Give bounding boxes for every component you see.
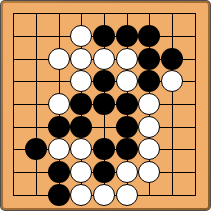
white-stone [116, 184, 138, 206]
black-stone [138, 48, 160, 70]
black-stone [48, 116, 70, 138]
board-outer-edge [0, 0, 211, 211]
white-stone [138, 161, 160, 183]
black-stone [25, 138, 47, 160]
black-stone [48, 184, 70, 206]
white-stone [70, 70, 92, 92]
black-stone [116, 25, 138, 47]
white-stone [138, 116, 160, 138]
grid-line-horizontal [13, 127, 195, 128]
black-stone [161, 48, 183, 70]
white-stone [116, 48, 138, 70]
black-stone [116, 116, 138, 138]
go-board [3, 3, 208, 208]
black-stone [93, 138, 115, 160]
black-stone [93, 161, 115, 183]
grid-line-vertical [195, 13, 196, 195]
white-stone [48, 48, 70, 70]
white-stone [138, 93, 160, 115]
white-stone [116, 161, 138, 183]
white-stone [70, 138, 92, 160]
white-stone [70, 25, 92, 47]
white-stone [70, 48, 92, 70]
black-stone [138, 70, 160, 92]
black-stone [70, 116, 92, 138]
black-stone [93, 70, 115, 92]
white-stone [70, 161, 92, 183]
white-stone [161, 70, 183, 92]
board-wood-frame [1, 1, 210, 210]
white-stone [116, 70, 138, 92]
black-stone [93, 93, 115, 115]
white-stone [70, 184, 92, 206]
black-stone [93, 25, 115, 47]
grid-line-vertical [172, 13, 173, 195]
black-stone [116, 138, 138, 160]
white-stone [93, 184, 115, 206]
black-stone [48, 161, 70, 183]
black-stone [70, 93, 92, 115]
white-stone [48, 93, 70, 115]
white-stone [48, 138, 70, 160]
black-stone [116, 93, 138, 115]
black-stone [138, 25, 160, 47]
white-stone [138, 138, 160, 160]
white-stone [93, 48, 115, 70]
